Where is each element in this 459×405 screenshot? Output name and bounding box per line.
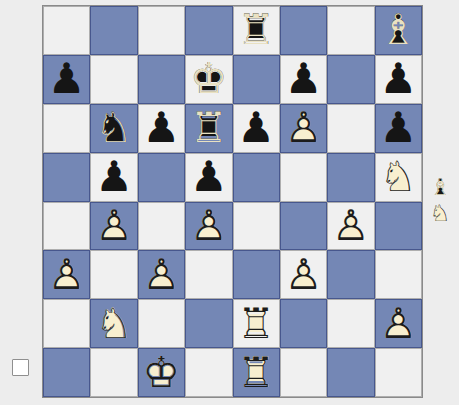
black-pawn-icon: ♟ — [376, 56, 420, 102]
square-c5[interactable] — [138, 153, 185, 202]
square-c1[interactable]: ♚♔ — [138, 348, 185, 397]
square-g5[interactable] — [327, 153, 374, 202]
white-knight-icon: ♞♘ — [92, 301, 136, 347]
square-b5[interactable]: ♟ — [90, 153, 137, 202]
black-pawn-icon: ♟ — [139, 105, 183, 151]
piece-outline: ♖ — [234, 301, 278, 347]
white-knight-icon: ♞♘ — [376, 154, 420, 200]
square-d5[interactable]: ♟ — [185, 153, 232, 202]
piece-outline: ♙ — [139, 252, 183, 298]
white-pawn-icon: ♟♙ — [282, 105, 326, 151]
square-h1[interactable] — [375, 348, 422, 397]
square-b2[interactable]: ♞♘ — [90, 299, 137, 348]
piece-fill: ♟ — [234, 105, 278, 151]
square-b1[interactable] — [90, 348, 137, 397]
square-d2[interactable] — [185, 299, 232, 348]
square-f1[interactable] — [280, 348, 327, 397]
black-pawn-icon: ♟ — [282, 56, 326, 102]
white-king-icon: ♚♔ — [139, 350, 183, 396]
square-f4[interactable] — [280, 202, 327, 251]
square-a1[interactable] — [43, 348, 90, 397]
piece-outline: ♙ — [92, 203, 136, 249]
square-g3[interactable] — [327, 250, 374, 299]
piece-fill: ♟ — [376, 56, 420, 102]
square-f7[interactable]: ♟ — [280, 55, 327, 104]
page-background: ♜♖♝♗♟♚♔♟♟♞♘♟♜♖♟♟♙♟♟♟♞♘♟♙♟♙♟♙♟♙♟♙♟♙♞♘♜♖♟♙… — [0, 0, 459, 405]
chess-board: ♜♖♝♗♟♚♔♟♟♞♘♟♜♖♟♟♙♟♟♟♞♘♟♙♟♙♟♙♟♙♟♙♟♙♞♘♜♖♟♙… — [42, 5, 423, 398]
white-pawn-icon: ♟♙ — [329, 203, 373, 249]
square-f6[interactable]: ♟♙ — [280, 104, 327, 153]
piece-outline: ♔ — [187, 56, 231, 102]
square-d4[interactable]: ♟♙ — [185, 202, 232, 251]
square-b3[interactable] — [90, 250, 137, 299]
piece-outline: ♙ — [329, 203, 373, 249]
white-pawn-icon: ♟♙ — [282, 252, 326, 298]
square-e3[interactable] — [233, 250, 280, 299]
piece-outline: ♖ — [187, 105, 231, 151]
white-knight-icon[interactable]: ♞♘ — [427, 201, 453, 226]
piece-outline: ♘ — [92, 105, 136, 151]
square-c8[interactable] — [138, 6, 185, 55]
square-f5[interactable] — [280, 153, 327, 202]
square-g8[interactable] — [327, 6, 374, 55]
square-b6[interactable]: ♞♘ — [90, 104, 137, 153]
piece-outline: ♙ — [282, 105, 326, 151]
black-bishop-icon: ♝♗ — [376, 7, 420, 53]
piece-outline: ♗ — [427, 175, 453, 200]
square-b8[interactable] — [90, 6, 137, 55]
piece-outline: ♘ — [92, 301, 136, 347]
black-pawn-icon: ♟ — [234, 105, 278, 151]
piece-outline: ♘ — [376, 154, 420, 200]
square-b4[interactable]: ♟♙ — [90, 202, 137, 251]
square-a3[interactable]: ♟♙ — [43, 250, 90, 299]
square-e6[interactable]: ♟ — [233, 104, 280, 153]
square-e7[interactable] — [233, 55, 280, 104]
square-g7[interactable] — [327, 55, 374, 104]
piece-outline: ♔ — [139, 350, 183, 396]
square-d6[interactable]: ♜♖ — [185, 104, 232, 153]
piece-fill: ♟ — [187, 154, 231, 200]
piece-fill: ♟ — [45, 56, 89, 102]
piece-outline: ♖ — [234, 350, 278, 396]
white-rook-icon: ♜♖ — [234, 350, 278, 396]
piece-fill: ♟ — [282, 56, 326, 102]
square-h3[interactable] — [375, 250, 422, 299]
white-rook-icon: ♜♖ — [234, 301, 278, 347]
black-pawn-icon: ♟ — [45, 56, 89, 102]
square-c7[interactable] — [138, 55, 185, 104]
square-g4[interactable]: ♟♙ — [327, 202, 374, 251]
white-pawn-icon: ♟♙ — [376, 301, 420, 347]
black-pawn-icon: ♟ — [376, 105, 420, 151]
white-pawn-icon: ♟♙ — [45, 252, 89, 298]
black-pawn-icon: ♟ — [92, 154, 136, 200]
square-a4[interactable] — [43, 202, 90, 251]
square-g2[interactable] — [327, 299, 374, 348]
piece-outline: ♙ — [45, 252, 89, 298]
square-g1[interactable] — [327, 348, 374, 397]
square-a2[interactable] — [43, 299, 90, 348]
square-e4[interactable] — [233, 202, 280, 251]
piece-fill: ♟ — [139, 105, 183, 151]
piece-outline: ♙ — [187, 203, 231, 249]
black-rook-icon: ♜♖ — [234, 7, 278, 53]
black-knight-icon: ♞♘ — [92, 105, 136, 151]
square-f8[interactable] — [280, 6, 327, 55]
square-e1[interactable]: ♜♖ — [233, 348, 280, 397]
square-c2[interactable] — [138, 299, 185, 348]
square-g6[interactable] — [327, 104, 374, 153]
square-d3[interactable] — [185, 250, 232, 299]
black-bishop-icon[interactable]: ♝♗ — [427, 175, 453, 200]
side-piece-tray: ♝♗♞♘ — [426, 175, 454, 226]
piece-outline: ♙ — [282, 252, 326, 298]
square-a6[interactable] — [43, 104, 90, 153]
square-c6[interactable]: ♟ — [138, 104, 185, 153]
square-h4[interactable] — [375, 202, 422, 251]
square-e2[interactable]: ♜♖ — [233, 299, 280, 348]
piece-fill: ♟ — [92, 154, 136, 200]
square-h6[interactable]: ♟ — [375, 104, 422, 153]
piece-outline: ♖ — [234, 7, 278, 53]
square-f3[interactable]: ♟♙ — [280, 250, 327, 299]
square-d8[interactable] — [185, 6, 232, 55]
white-pawn-icon: ♟♙ — [92, 203, 136, 249]
square-f2[interactable] — [280, 299, 327, 348]
square-a8[interactable] — [43, 6, 90, 55]
black-rook-icon: ♜♖ — [187, 105, 231, 151]
black-pawn-icon: ♟ — [187, 154, 231, 200]
square-d1[interactable] — [185, 348, 232, 397]
piece-fill: ♟ — [376, 105, 420, 151]
square-h5[interactable]: ♞♘ — [375, 153, 422, 202]
piece-outline: ♙ — [376, 301, 420, 347]
square-d7[interactable]: ♚♔ — [185, 55, 232, 104]
square-h7[interactable]: ♟ — [375, 55, 422, 104]
square-c3[interactable]: ♟♙ — [138, 250, 185, 299]
square-h2[interactable]: ♟♙ — [375, 299, 422, 348]
square-e5[interactable] — [233, 153, 280, 202]
square-b7[interactable] — [90, 55, 137, 104]
black-king-icon: ♚♔ — [187, 56, 231, 102]
square-a7[interactable]: ♟ — [43, 55, 90, 104]
piece-outline: ♗ — [376, 7, 420, 53]
square-h8[interactable]: ♝♗ — [375, 6, 422, 55]
piece-outline: ♘ — [427, 201, 453, 226]
square-c4[interactable] — [138, 202, 185, 251]
white-pawn-icon: ♟♙ — [187, 203, 231, 249]
square-e8[interactable]: ♜♖ — [233, 6, 280, 55]
square-a5[interactable] — [43, 153, 90, 202]
checkbox[interactable] — [12, 359, 29, 376]
white-pawn-icon: ♟♙ — [139, 252, 183, 298]
